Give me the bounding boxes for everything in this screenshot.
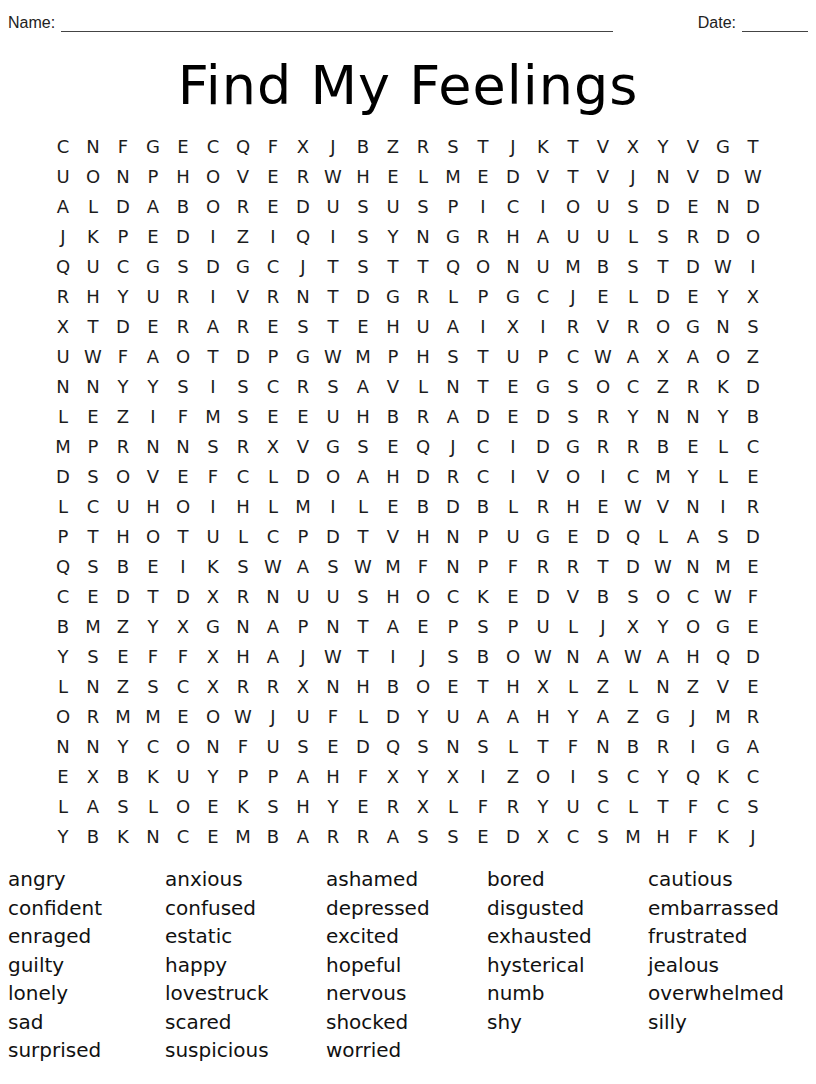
grid-cell[interactable]: X <box>738 281 768 311</box>
grid-cell[interactable]: Y <box>108 731 138 761</box>
grid-cell[interactable]: Y <box>528 791 558 821</box>
grid-cell[interactable]: R <box>678 221 708 251</box>
grid-cell[interactable]: Z <box>648 371 678 401</box>
grid-cell[interactable]: L <box>48 491 78 521</box>
grid-cell[interactable]: L <box>498 731 528 761</box>
grid-cell[interactable]: B <box>618 731 648 761</box>
grid-cell[interactable]: R <box>288 371 318 401</box>
grid-cell[interactable]: P <box>498 611 528 641</box>
grid-cell[interactable]: K <box>108 821 138 851</box>
grid-cell[interactable]: N <box>108 161 138 191</box>
grid-cell[interactable]: M <box>348 341 378 371</box>
grid-cell[interactable]: V <box>228 281 258 311</box>
grid-cell[interactable]: B <box>378 401 408 431</box>
grid-cell[interactable]: G <box>528 371 558 401</box>
grid-cell[interactable]: B <box>648 431 678 461</box>
grid-cell[interactable]: N <box>438 731 468 761</box>
grid-cell[interactable]: S <box>348 431 378 461</box>
grid-cell[interactable]: S <box>348 581 378 611</box>
grid-cell[interactable]: R <box>528 551 558 581</box>
grid-cell[interactable]: E <box>678 191 708 221</box>
grid-cell[interactable]: C <box>258 521 288 551</box>
grid-cell[interactable]: E <box>48 761 78 791</box>
grid-cell[interactable]: G <box>288 341 318 371</box>
grid-cell[interactable]: R <box>588 401 618 431</box>
grid-cell[interactable]: A <box>48 191 78 221</box>
grid-cell[interactable]: S <box>438 131 468 161</box>
grid-cell[interactable]: C <box>108 251 138 281</box>
grid-cell[interactable]: A <box>588 701 618 731</box>
grid-cell[interactable]: H <box>378 461 408 491</box>
grid-cell[interactable]: A <box>678 521 708 551</box>
grid-cell[interactable]: P <box>258 761 288 791</box>
grid-cell[interactable]: Q <box>708 641 738 671</box>
grid-cell[interactable]: A <box>468 701 498 731</box>
grid-cell[interactable]: L <box>708 461 738 491</box>
grid-cell[interactable]: A <box>258 611 288 641</box>
grid-cell[interactable]: R <box>738 701 768 731</box>
grid-cell[interactable]: D <box>528 581 558 611</box>
grid-cell[interactable]: L <box>138 791 168 821</box>
grid-cell[interactable]: L <box>48 791 78 821</box>
grid-cell[interactable]: Y <box>408 701 438 731</box>
grid-cell[interactable]: S <box>288 311 318 341</box>
grid-cell[interactable]: D <box>678 251 708 281</box>
grid-cell[interactable]: A <box>348 371 378 401</box>
grid-cell[interactable]: A <box>648 641 678 671</box>
grid-cell[interactable]: V <box>378 521 408 551</box>
grid-cell[interactable]: G <box>318 431 348 461</box>
grid-cell[interactable]: E <box>588 491 618 521</box>
grid-cell[interactable]: L <box>708 431 738 461</box>
grid-cell[interactable]: Y <box>648 611 678 641</box>
grid-cell[interactable]: Z <box>228 221 258 251</box>
grid-cell[interactable]: O <box>738 221 768 251</box>
grid-cell[interactable]: S <box>198 431 228 461</box>
grid-cell[interactable]: F <box>198 461 228 491</box>
grid-cell[interactable]: O <box>468 251 498 281</box>
grid-cell[interactable]: T <box>558 161 588 191</box>
grid-cell[interactable]: I <box>318 221 348 251</box>
grid-cell[interactable]: C <box>168 671 198 701</box>
grid-cell[interactable]: N <box>198 731 228 761</box>
grid-cell[interactable]: D <box>648 191 678 221</box>
grid-cell[interactable]: R <box>168 281 198 311</box>
grid-cell[interactable]: C <box>738 761 768 791</box>
grid-cell[interactable]: U <box>258 731 288 761</box>
grid-cell[interactable]: I <box>318 491 348 521</box>
grid-cell[interactable]: A <box>438 401 468 431</box>
grid-cell[interactable]: M <box>378 551 408 581</box>
grid-cell[interactable]: U <box>318 401 348 431</box>
grid-cell[interactable]: D <box>228 341 258 371</box>
grid-cell[interactable]: P <box>468 521 498 551</box>
grid-cell[interactable]: E <box>678 281 708 311</box>
grid-cell[interactable]: T <box>318 311 348 341</box>
grid-cell[interactable]: V <box>228 161 258 191</box>
grid-cell[interactable]: T <box>348 611 378 641</box>
grid-cell[interactable]: S <box>708 521 738 551</box>
grid-cell[interactable]: U <box>498 521 528 551</box>
grid-cell[interactable]: S <box>78 641 108 671</box>
grid-cell[interactable]: S <box>408 731 438 761</box>
grid-cell[interactable]: F <box>558 731 588 761</box>
grid-cell[interactable]: F <box>228 731 258 761</box>
grid-cell[interactable]: C <box>558 341 588 371</box>
grid-cell[interactable]: H <box>78 281 108 311</box>
grid-cell[interactable]: E <box>678 431 708 461</box>
grid-cell[interactable]: T <box>648 251 678 281</box>
grid-cell[interactable]: T <box>648 791 678 821</box>
grid-cell[interactable]: E <box>78 401 108 431</box>
grid-cell[interactable]: T <box>588 551 618 581</box>
grid-cell[interactable]: Y <box>648 761 678 791</box>
grid-cell[interactable]: J <box>318 131 348 161</box>
grid-cell[interactable]: V <box>528 161 558 191</box>
grid-cell[interactable]: X <box>198 581 228 611</box>
grid-cell[interactable]: I <box>468 311 498 341</box>
grid-cell[interactable]: E <box>498 581 528 611</box>
grid-cell[interactable]: Z <box>108 611 138 641</box>
grid-cell[interactable]: R <box>348 821 378 851</box>
grid-cell[interactable]: H <box>348 161 378 191</box>
grid-cell[interactable]: V <box>648 491 678 521</box>
grid-cell[interactable]: F <box>408 551 438 581</box>
grid-cell[interactable]: F <box>138 641 168 671</box>
grid-cell[interactable]: P <box>288 521 318 551</box>
grid-cell[interactable]: J <box>498 131 528 161</box>
grid-cell[interactable]: D <box>168 221 198 251</box>
grid-cell[interactable]: L <box>348 491 378 521</box>
grid-cell[interactable]: O <box>318 461 348 491</box>
grid-cell[interactable]: C <box>168 821 198 851</box>
grid-cell[interactable]: E <box>138 311 168 341</box>
grid-cell[interactable]: S <box>348 221 378 251</box>
grid-cell[interactable]: X <box>648 341 678 371</box>
grid-cell[interactable]: L <box>228 521 258 551</box>
grid-cell[interactable]: N <box>708 191 738 221</box>
grid-cell[interactable]: F <box>498 551 528 581</box>
grid-cell[interactable]: S <box>258 791 288 821</box>
grid-cell[interactable]: Q <box>48 551 78 581</box>
grid-cell[interactable]: R <box>528 491 558 521</box>
grid-cell[interactable]: N <box>48 731 78 761</box>
grid-cell[interactable]: R <box>258 281 288 311</box>
grid-cell[interactable]: W <box>528 641 558 671</box>
grid-cell[interactable]: N <box>558 641 588 671</box>
grid-cell[interactable]: D <box>348 731 378 761</box>
grid-cell[interactable]: Y <box>648 131 678 161</box>
grid-cell[interactable]: O <box>168 341 198 371</box>
grid-cell[interactable]: R <box>108 431 138 461</box>
grid-cell[interactable]: G <box>498 281 528 311</box>
grid-cell[interactable]: J <box>288 641 318 671</box>
grid-cell[interactable]: X <box>438 761 468 791</box>
grid-cell[interactable]: L <box>618 791 648 821</box>
grid-cell[interactable]: N <box>48 371 78 401</box>
grid-cell[interactable]: E <box>498 371 528 401</box>
grid-cell[interactable]: Q <box>408 431 438 461</box>
grid-cell[interactable]: O <box>168 491 198 521</box>
grid-cell[interactable]: M <box>288 491 318 521</box>
grid-cell[interactable]: R <box>228 581 258 611</box>
grid-cell[interactable]: C <box>468 431 498 461</box>
grid-cell[interactable]: S <box>588 821 618 851</box>
grid-cell[interactable]: G <box>378 281 408 311</box>
grid-cell[interactable]: T <box>138 581 168 611</box>
grid-cell[interactable]: Y <box>48 641 78 671</box>
grid-cell[interactable]: T <box>528 731 558 761</box>
grid-cell[interactable]: L <box>408 371 438 401</box>
grid-cell[interactable]: W <box>648 551 678 581</box>
grid-cell[interactable]: G <box>558 431 588 461</box>
grid-cell[interactable]: A <box>498 701 528 731</box>
grid-cell[interactable]: C <box>198 131 228 161</box>
grid-cell[interactable]: S <box>648 221 678 251</box>
grid-cell[interactable]: C <box>78 491 108 521</box>
grid-cell[interactable]: K <box>468 581 498 611</box>
grid-cell[interactable]: N <box>438 551 468 581</box>
grid-cell[interactable]: E <box>318 731 348 761</box>
grid-cell[interactable]: N <box>648 671 678 701</box>
grid-cell[interactable]: H <box>228 491 258 521</box>
grid-cell[interactable]: S <box>438 341 468 371</box>
grid-cell[interactable]: C <box>618 371 648 401</box>
grid-cell[interactable]: E <box>438 671 468 701</box>
grid-cell[interactable]: O <box>558 461 588 491</box>
grid-cell[interactable]: A <box>528 221 558 251</box>
grid-cell[interactable]: V <box>528 461 558 491</box>
grid-cell[interactable]: H <box>138 491 168 521</box>
grid-cell[interactable]: S <box>108 791 138 821</box>
grid-cell[interactable]: N <box>588 731 618 761</box>
grid-cell[interactable]: A <box>198 311 228 341</box>
grid-cell[interactable]: Y <box>108 281 138 311</box>
grid-cell[interactable]: P <box>48 521 78 551</box>
grid-cell[interactable]: C <box>558 821 588 851</box>
grid-cell[interactable]: H <box>648 821 678 851</box>
grid-cell[interactable]: A <box>588 641 618 671</box>
grid-cell[interactable]: E <box>558 521 588 551</box>
grid-cell[interactable]: Y <box>48 821 78 851</box>
grid-cell[interactable]: D <box>738 191 768 221</box>
grid-cell[interactable]: T <box>198 341 228 371</box>
grid-cell[interactable]: E <box>378 491 408 521</box>
grid-cell[interactable]: O <box>708 341 738 371</box>
grid-cell[interactable]: I <box>378 641 408 671</box>
grid-cell[interactable]: L <box>48 671 78 701</box>
grid-cell[interactable]: R <box>438 461 468 491</box>
grid-cell[interactable]: U <box>528 251 558 281</box>
grid-cell[interactable]: O <box>198 191 228 221</box>
grid-cell[interactable]: F <box>108 341 138 371</box>
grid-cell[interactable]: E <box>138 551 168 581</box>
grid-cell[interactable]: N <box>168 431 198 461</box>
grid-cell[interactable]: O <box>198 701 228 731</box>
grid-cell[interactable]: E <box>738 461 768 491</box>
grid-cell[interactable]: H <box>168 161 198 191</box>
grid-cell[interactable]: N <box>78 731 108 761</box>
grid-cell[interactable]: S <box>318 551 348 581</box>
grid-cell[interactable]: L <box>438 281 468 311</box>
grid-cell[interactable]: O <box>588 371 618 401</box>
grid-cell[interactable]: R <box>228 431 258 461</box>
grid-cell[interactable]: W <box>618 641 648 671</box>
grid-cell[interactable]: E <box>738 611 768 641</box>
grid-cell[interactable]: U <box>48 341 78 371</box>
grid-cell[interactable]: O <box>108 461 138 491</box>
grid-cell[interactable]: Y <box>678 461 708 491</box>
grid-cell[interactable]: X <box>618 131 648 161</box>
grid-cell[interactable]: H <box>408 521 438 551</box>
name-input-line[interactable] <box>61 15 613 32</box>
grid-cell[interactable]: H <box>348 671 378 701</box>
grid-cell[interactable]: U <box>48 161 78 191</box>
grid-cell[interactable]: L <box>618 281 648 311</box>
grid-cell[interactable]: M <box>708 701 738 731</box>
date-input-line[interactable] <box>742 15 808 32</box>
grid-cell[interactable]: Y <box>408 761 438 791</box>
grid-cell[interactable]: E <box>258 191 288 221</box>
grid-cell[interactable]: N <box>78 671 108 701</box>
grid-cell[interactable]: B <box>48 611 78 641</box>
grid-cell[interactable]: J <box>408 641 438 671</box>
grid-cell[interactable]: A <box>288 551 318 581</box>
grid-cell[interactable]: U <box>528 611 558 641</box>
grid-cell[interactable]: S <box>468 731 498 761</box>
grid-cell[interactable]: M <box>108 701 138 731</box>
grid-cell[interactable]: O <box>198 161 228 191</box>
grid-cell[interactable]: B <box>588 251 618 281</box>
grid-cell[interactable]: O <box>168 791 198 821</box>
grid-cell[interactable]: P <box>288 611 318 641</box>
grid-cell[interactable]: E <box>258 311 288 341</box>
grid-cell[interactable]: P <box>228 761 258 791</box>
grid-cell[interactable]: X <box>198 641 228 671</box>
grid-cell[interactable]: K <box>228 791 258 821</box>
grid-cell[interactable]: N <box>438 521 468 551</box>
grid-cell[interactable]: N <box>498 251 528 281</box>
grid-cell[interactable]: L <box>258 461 288 491</box>
grid-cell[interactable]: J <box>288 251 318 281</box>
grid-cell[interactable]: L <box>348 701 378 731</box>
grid-cell[interactable]: G <box>528 521 558 551</box>
grid-cell[interactable]: R <box>408 131 438 161</box>
grid-cell[interactable]: W <box>318 161 348 191</box>
grid-cell[interactable]: I <box>138 401 168 431</box>
grid-cell[interactable]: V <box>138 461 168 491</box>
grid-cell[interactable]: T <box>468 341 498 371</box>
grid-cell[interactable]: C <box>138 731 168 761</box>
grid-cell[interactable]: G <box>708 611 738 641</box>
grid-cell[interactable]: Q <box>438 251 468 281</box>
grid-cell[interactable]: S <box>618 581 648 611</box>
grid-cell[interactable]: T <box>168 521 198 551</box>
grid-cell[interactable]: U <box>438 701 468 731</box>
grid-cell[interactable]: B <box>738 401 768 431</box>
grid-cell[interactable]: K <box>708 761 738 791</box>
grid-cell[interactable]: D <box>708 221 738 251</box>
grid-cell[interactable]: V <box>558 581 588 611</box>
grid-cell[interactable]: C <box>468 461 498 491</box>
grid-cell[interactable]: E <box>108 641 138 671</box>
grid-cell[interactable]: W <box>348 551 378 581</box>
grid-cell[interactable]: T <box>78 521 108 551</box>
grid-cell[interactable]: B <box>468 641 498 671</box>
grid-cell[interactable]: Y <box>708 281 738 311</box>
grid-cell[interactable]: E <box>468 161 498 191</box>
grid-cell[interactable]: Z <box>678 671 708 701</box>
grid-cell[interactable]: E <box>138 221 168 251</box>
grid-cell[interactable]: H <box>678 641 708 671</box>
grid-cell[interactable]: H <box>378 311 408 341</box>
grid-cell[interactable]: D <box>438 491 468 521</box>
grid-cell[interactable]: R <box>408 401 438 431</box>
grid-cell[interactable]: K <box>528 131 558 161</box>
grid-cell[interactable]: W <box>738 161 768 191</box>
grid-cell[interactable]: V <box>678 131 708 161</box>
grid-cell[interactable]: K <box>198 551 228 581</box>
grid-cell[interactable]: B <box>468 491 498 521</box>
grid-cell[interactable]: J <box>678 701 708 731</box>
grid-cell[interactable]: V <box>378 371 408 401</box>
grid-cell[interactable]: U <box>318 581 348 611</box>
grid-cell[interactable]: U <box>318 191 348 221</box>
grid-cell[interactable]: M <box>48 431 78 461</box>
grid-cell[interactable]: X <box>408 791 438 821</box>
grid-cell[interactable]: O <box>168 731 198 761</box>
grid-cell[interactable]: D <box>108 581 138 611</box>
grid-cell[interactable]: R <box>558 311 588 341</box>
grid-cell[interactable]: R <box>48 281 78 311</box>
grid-cell[interactable]: S <box>618 191 648 221</box>
grid-cell[interactable]: E <box>378 431 408 461</box>
grid-cell[interactable]: Q <box>48 251 78 281</box>
grid-cell[interactable]: C <box>708 791 738 821</box>
grid-cell[interactable]: X <box>258 431 288 461</box>
grid-cell[interactable]: V <box>588 161 618 191</box>
grid-cell[interactable]: C <box>618 761 648 791</box>
grid-cell[interactable]: R <box>228 191 258 221</box>
grid-cell[interactable]: J <box>558 281 588 311</box>
grid-cell[interactable]: P <box>468 281 498 311</box>
grid-cell[interactable]: Y <box>318 791 348 821</box>
grid-cell[interactable]: T <box>378 251 408 281</box>
grid-cell[interactable]: S <box>138 671 168 701</box>
grid-cell[interactable]: S <box>228 401 258 431</box>
grid-cell[interactable]: H <box>528 701 558 731</box>
grid-cell[interactable]: L <box>648 521 678 551</box>
grid-cell[interactable]: P <box>378 341 408 371</box>
grid-cell[interactable]: B <box>348 131 378 161</box>
grid-cell[interactable]: E <box>168 461 198 491</box>
grid-cell[interactable]: X <box>528 671 558 701</box>
grid-cell[interactable]: D <box>498 161 528 191</box>
grid-cell[interactable]: S <box>618 251 648 281</box>
grid-cell[interactable]: E <box>498 401 528 431</box>
grid-cell[interactable]: I <box>558 761 588 791</box>
grid-cell[interactable]: F <box>168 641 198 671</box>
grid-cell[interactable]: I <box>678 731 708 761</box>
grid-cell[interactable]: R <box>738 491 768 521</box>
grid-cell[interactable]: W <box>258 551 288 581</box>
grid-cell[interactable]: E <box>738 671 768 701</box>
grid-cell[interactable]: Q <box>288 221 318 251</box>
grid-cell[interactable]: H <box>498 221 528 251</box>
grid-cell[interactable]: D <box>588 521 618 551</box>
grid-cell[interactable]: N <box>138 431 168 461</box>
grid-cell[interactable]: J <box>48 221 78 251</box>
